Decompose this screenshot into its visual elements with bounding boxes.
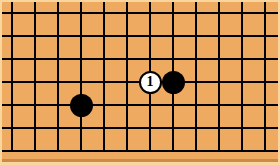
board-edge-shadow	[2, 159, 278, 162]
grid-line-vertical	[218, 2, 220, 152]
grid-line-horizontal	[2, 58, 278, 60]
grid-line-horizontal	[2, 127, 278, 129]
grid-line-vertical	[103, 2, 105, 152]
grid-line-vertical	[80, 2, 82, 152]
grid-line-vertical	[126, 2, 128, 152]
grid-line-horizontal	[2, 35, 278, 37]
grid-line-vertical	[34, 2, 36, 152]
go-board: 1	[2, 2, 278, 159]
grid-line-vertical	[195, 2, 197, 152]
move-number-label: 1	[147, 75, 154, 89]
grid-line-vertical	[11, 2, 13, 152]
grid-line-vertical	[57, 2, 59, 152]
grid-line-horizontal	[2, 104, 278, 106]
white-stone-move-1: 1	[139, 71, 162, 94]
diagram-frame: 1	[0, 0, 280, 165]
grid-line-vertical	[264, 2, 266, 152]
grid-line-vertical	[241, 2, 243, 152]
black-stone	[70, 94, 93, 117]
grid-line-horizontal	[2, 12, 278, 14]
grid-line-horizontal	[2, 150, 278, 152]
black-stone	[162, 71, 185, 94]
